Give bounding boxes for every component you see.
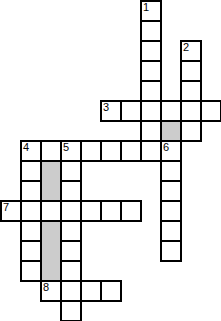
grid-cell-r12-c8[interactable]	[161, 241, 181, 261]
grid-cell-r2-c9[interactable]	[181, 41, 201, 61]
grid-cell-r9-c8[interactable]	[161, 181, 181, 201]
crossword-puzzle: 12345678	[0, 0, 221, 321]
grid-cell-r14-c5[interactable]	[101, 281, 121, 301]
shaded-cell-r8-c2[interactable]	[41, 161, 61, 201]
grid-cell-r8-c8[interactable]	[161, 161, 181, 181]
grid-cell-r10-c5[interactable]	[101, 201, 121, 221]
grid-cell-r11-c1[interactable]	[21, 221, 41, 241]
grid-cell-r12-c3[interactable]	[61, 241, 81, 261]
grid-cell-r14-c2[interactable]	[41, 281, 61, 301]
shaded-cell-r11-c2[interactable]	[41, 221, 61, 281]
grid-cell-r1-c7[interactable]	[141, 21, 161, 41]
grid-cell-r4-c9[interactable]	[181, 81, 201, 101]
shaded-cell-r6-c8[interactable]	[161, 121, 181, 141]
grid-cell-r10-c2[interactable]	[41, 201, 61, 221]
grid-cell-r7-c6[interactable]	[121, 141, 141, 161]
grid-cell-r5-c9[interactable]	[181, 101, 201, 121]
grid-cell-r3-c7[interactable]	[141, 61, 161, 81]
grid-cell-r5-c7[interactable]	[141, 101, 161, 121]
grid-cell-r10-c4[interactable]	[81, 201, 101, 221]
grid-cell-r13-c3[interactable]	[61, 261, 81, 281]
grid-cell-r5-c5[interactable]	[101, 101, 121, 121]
grid-cell-r8-c1[interactable]	[21, 161, 41, 181]
grid-cell-r7-c2[interactable]	[41, 141, 61, 161]
grid-cell-r6-c9[interactable]	[181, 121, 201, 141]
grid-cell-r9-c3[interactable]	[61, 181, 81, 201]
grid-cell-r10-c8[interactable]	[161, 201, 181, 221]
grid-cell-r7-c1[interactable]	[21, 141, 41, 161]
grid-cell-r7-c5[interactable]	[101, 141, 121, 161]
crossword-board: 12345678	[0, 0, 221, 321]
grid-cell-r11-c3[interactable]	[61, 221, 81, 241]
grid-cell-r11-c8[interactable]	[161, 221, 181, 241]
grid-cell-r3-c9[interactable]	[181, 61, 201, 81]
grid-cell-r5-c10[interactable]	[201, 101, 221, 121]
grid-cell-r10-c0[interactable]	[1, 201, 21, 221]
grid-cell-r8-c3[interactable]	[61, 161, 81, 181]
grid-cell-r9-c1[interactable]	[21, 181, 41, 201]
grid-cell-r7-c4[interactable]	[81, 141, 101, 161]
grid-cell-r10-c3[interactable]	[61, 201, 81, 221]
grid-cell-r2-c7[interactable]	[141, 41, 161, 61]
grid-cell-r7-c3[interactable]	[61, 141, 81, 161]
grid-cell-r0-c7[interactable]	[141, 1, 161, 21]
grid-cell-r7-c7[interactable]	[141, 141, 161, 161]
grid-cell-r10-c1[interactable]	[21, 201, 41, 221]
grid-cell-r13-c1[interactable]	[21, 261, 41, 281]
grid-cell-r5-c6[interactable]	[121, 101, 141, 121]
grid-cell-r10-c6[interactable]	[121, 201, 141, 221]
grid-cell-r5-c8[interactable]	[161, 101, 181, 121]
grid-cell-r15-c3[interactable]	[61, 301, 81, 321]
grid-cell-r14-c3[interactable]	[61, 281, 81, 301]
grid-cell-r12-c1[interactable]	[21, 241, 41, 261]
grid-cell-r4-c7[interactable]	[141, 81, 161, 101]
grid-cell-r14-c4[interactable]	[81, 281, 101, 301]
grid-cell-r6-c7[interactable]	[141, 121, 161, 141]
grid-cell-r7-c8[interactable]	[161, 141, 181, 161]
